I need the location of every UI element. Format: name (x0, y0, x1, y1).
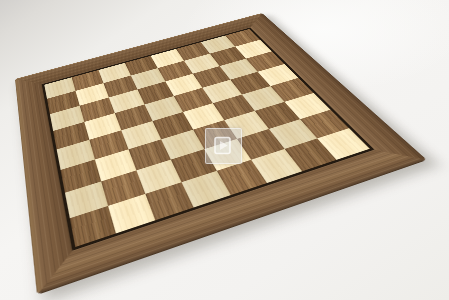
watermark-glyph (213, 136, 235, 156)
product-photo-stage (0, 0, 449, 300)
photo-watermark (205, 128, 242, 164)
